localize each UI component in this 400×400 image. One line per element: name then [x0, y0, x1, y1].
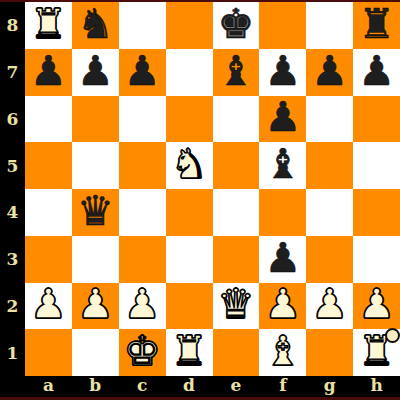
piece-black-pawn[interactable]: ♟	[77, 51, 114, 92]
square-h7[interactable]: ♟	[353, 49, 400, 96]
piece-white-king[interactable]: ♚	[124, 331, 161, 372]
square-a8[interactable]: ♜	[25, 2, 72, 49]
square-f6[interactable]: ♟	[259, 96, 306, 143]
file-label-a: a	[25, 376, 72, 397]
board-grid: ♜♞♚♜♟♟♟♝♟♟♟♟♞♝♛♟♟♟♟♛♟♟♟♚♜♝♜	[25, 2, 400, 376]
square-e4[interactable]	[213, 189, 260, 236]
square-c3[interactable]	[119, 236, 166, 283]
piece-black-bishop[interactable]: ♝	[218, 51, 255, 92]
square-e1[interactable]	[213, 329, 260, 376]
rank-label-6: 6	[0, 96, 25, 143]
piece-white-rook[interactable]: ♜	[30, 4, 67, 45]
square-c8[interactable]	[119, 2, 166, 49]
square-b8[interactable]: ♞	[72, 2, 119, 49]
square-c2[interactable]: ♟	[119, 283, 166, 330]
square-c5[interactable]	[119, 142, 166, 189]
piece-black-rook[interactable]: ♜	[358, 4, 395, 45]
rank-label-4: 4	[0, 189, 25, 236]
square-g2[interactable]: ♟	[306, 283, 353, 330]
cursor-dot	[385, 328, 400, 343]
square-a2[interactable]: ♟	[25, 283, 72, 330]
file-label-b: b	[72, 376, 119, 397]
chess-board-screenshot: 87654321 ♜♞♚♜♟♟♟♝♟♟♟♟♞♝♛♟♟♟♟♛♟♟♟♚♜♝♜ abc…	[0, 0, 400, 400]
file-label-c: c	[119, 376, 166, 397]
piece-black-pawn[interactable]: ♟	[311, 51, 348, 92]
square-h8[interactable]: ♜	[353, 2, 400, 49]
square-c4[interactable]	[119, 189, 166, 236]
rank-label-3: 3	[0, 236, 25, 283]
piece-black-queen[interactable]: ♛	[77, 191, 114, 232]
square-d7[interactable]	[166, 49, 213, 96]
piece-black-pawn[interactable]: ♟	[264, 97, 301, 138]
square-a6[interactable]	[25, 96, 72, 143]
square-g8[interactable]	[306, 2, 353, 49]
square-g4[interactable]	[306, 189, 353, 236]
piece-black-pawn[interactable]: ♟	[124, 51, 161, 92]
square-a5[interactable]	[25, 142, 72, 189]
square-c7[interactable]: ♟	[119, 49, 166, 96]
square-h6[interactable]	[353, 96, 400, 143]
piece-white-pawn[interactable]: ♟	[124, 284, 161, 325]
piece-black-pawn[interactable]: ♟	[264, 238, 301, 279]
square-f3[interactable]: ♟	[259, 236, 306, 283]
piece-white-pawn[interactable]: ♟	[311, 284, 348, 325]
square-e5[interactable]	[213, 142, 260, 189]
square-d6[interactable]	[166, 96, 213, 143]
square-d5[interactable]: ♞	[166, 142, 213, 189]
square-h2[interactable]: ♟	[353, 283, 400, 330]
square-f8[interactable]	[259, 2, 306, 49]
piece-white-pawn[interactable]: ♟	[264, 284, 301, 325]
file-label-e: e	[213, 376, 260, 397]
file-labels: abcdefgh	[25, 376, 400, 397]
square-c1[interactable]: ♚	[119, 329, 166, 376]
rank-label-1: 1	[0, 329, 25, 376]
square-c6[interactable]	[119, 96, 166, 143]
piece-black-pawn[interactable]: ♟	[358, 51, 395, 92]
square-b3[interactable]	[72, 236, 119, 283]
piece-white-rook[interactable]: ♜	[171, 331, 208, 372]
square-g3[interactable]	[306, 236, 353, 283]
rank-label-5: 5	[0, 142, 25, 189]
square-g5[interactable]	[306, 142, 353, 189]
square-f7[interactable]: ♟	[259, 49, 306, 96]
square-f5[interactable]: ♝	[259, 142, 306, 189]
square-b7[interactable]: ♟	[72, 49, 119, 96]
square-a3[interactable]	[25, 236, 72, 283]
square-g7[interactable]: ♟	[306, 49, 353, 96]
square-d8[interactable]	[166, 2, 213, 49]
file-label-d: d	[166, 376, 213, 397]
square-e3[interactable]	[213, 236, 260, 283]
rank-label-2: 2	[0, 283, 25, 330]
piece-white-pawn[interactable]: ♟	[358, 284, 395, 325]
piece-white-queen[interactable]: ♛	[218, 284, 255, 325]
square-h4[interactable]	[353, 189, 400, 236]
square-g1[interactable]	[306, 329, 353, 376]
square-e7[interactable]: ♝	[213, 49, 260, 96]
rank-labels: 87654321	[0, 2, 25, 376]
square-h5[interactable]	[353, 142, 400, 189]
square-d3[interactable]	[166, 236, 213, 283]
piece-black-bishop[interactable]: ♝	[264, 144, 301, 185]
piece-black-pawn[interactable]: ♟	[264, 51, 301, 92]
square-b2[interactable]: ♟	[72, 283, 119, 330]
square-f1[interactable]: ♝	[259, 329, 306, 376]
piece-black-king[interactable]: ♚	[218, 4, 255, 45]
square-d4[interactable]	[166, 189, 213, 236]
square-a4[interactable]	[25, 189, 72, 236]
square-b6[interactable]	[72, 96, 119, 143]
square-e8[interactable]: ♚	[213, 2, 260, 49]
square-b1[interactable]	[72, 329, 119, 376]
square-e6[interactable]	[213, 96, 260, 143]
file-label-g: g	[306, 376, 353, 397]
file-label-f: f	[259, 376, 306, 397]
square-a1[interactable]	[25, 329, 72, 376]
square-f2[interactable]: ♟	[259, 283, 306, 330]
piece-black-pawn[interactable]: ♟	[30, 51, 67, 92]
file-label-h: h	[353, 376, 400, 397]
piece-white-pawn[interactable]: ♟	[77, 284, 114, 325]
square-d1[interactable]: ♜	[166, 329, 213, 376]
square-b5[interactable]	[72, 142, 119, 189]
rank-label-8: 8	[0, 2, 25, 49]
piece-white-knight[interactable]: ♞	[171, 144, 208, 185]
square-f4[interactable]	[259, 189, 306, 236]
piece-white-bishop[interactable]: ♝	[264, 331, 301, 372]
rank-label-7: 7	[0, 49, 25, 96]
square-e2[interactable]: ♛	[213, 283, 260, 330]
square-d2[interactable]	[166, 283, 213, 330]
square-h3[interactable]	[353, 236, 400, 283]
square-g6[interactable]	[306, 96, 353, 143]
square-b4[interactable]: ♛	[72, 189, 119, 236]
piece-white-pawn[interactable]: ♟	[30, 284, 67, 325]
piece-black-knight[interactable]: ♞	[77, 4, 114, 45]
square-a7[interactable]: ♟	[25, 49, 72, 96]
